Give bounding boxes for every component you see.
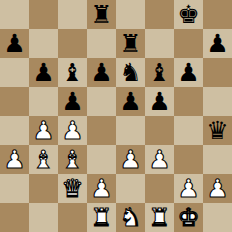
square-d8[interactable]: ♜ <box>87 0 116 29</box>
square-g4[interactable] <box>174 116 203 145</box>
square-c1[interactable] <box>58 203 87 232</box>
piece-black-pawn[interactable]: ♟ <box>3 29 25 58</box>
square-g8[interactable]: ♚ <box>174 0 203 29</box>
piece-white-knight[interactable]: ♞ <box>119 203 141 232</box>
piece-black-pawn[interactable]: ♟ <box>119 87 141 116</box>
square-e6[interactable]: ♞ <box>116 58 145 87</box>
square-a1[interactable] <box>0 203 29 232</box>
square-d7[interactable] <box>87 29 116 58</box>
piece-black-pawn[interactable]: ♟ <box>90 58 112 87</box>
square-d2[interactable]: ♟ <box>87 174 116 203</box>
piece-black-queen[interactable]: ♛ <box>206 116 228 145</box>
square-g5[interactable] <box>174 87 203 116</box>
square-b6[interactable]: ♟ <box>29 58 58 87</box>
square-a6[interactable] <box>0 58 29 87</box>
piece-black-pawn[interactable]: ♟ <box>206 29 228 58</box>
square-c4[interactable]: ♟ <box>58 116 87 145</box>
square-e3[interactable]: ♟ <box>116 145 145 174</box>
square-b1[interactable] <box>29 203 58 232</box>
square-e5[interactable]: ♟ <box>116 87 145 116</box>
square-a2[interactable] <box>0 174 29 203</box>
square-b2[interactable] <box>29 174 58 203</box>
piece-white-pawn[interactable]: ♟ <box>90 174 112 203</box>
square-e2[interactable] <box>116 174 145 203</box>
square-h5[interactable] <box>203 87 232 116</box>
piece-black-bishop[interactable]: ♝ <box>148 58 170 87</box>
square-f4[interactable] <box>145 116 174 145</box>
piece-white-bishop[interactable]: ♝ <box>32 145 54 174</box>
square-e1[interactable]: ♞ <box>116 203 145 232</box>
square-b5[interactable] <box>29 87 58 116</box>
square-h3[interactable] <box>203 145 232 174</box>
square-h6[interactable] <box>203 58 232 87</box>
square-e4[interactable] <box>116 116 145 145</box>
piece-white-pawn[interactable]: ♟ <box>32 116 54 145</box>
piece-white-pawn[interactable]: ♟ <box>119 145 141 174</box>
square-e8[interactable] <box>116 0 145 29</box>
square-a3[interactable]: ♟ <box>0 145 29 174</box>
square-c5[interactable]: ♟ <box>58 87 87 116</box>
square-d1[interactable]: ♜ <box>87 203 116 232</box>
square-f2[interactable] <box>145 174 174 203</box>
piece-black-king[interactable]: ♚ <box>177 0 199 29</box>
square-b3[interactable]: ♝ <box>29 145 58 174</box>
square-c2[interactable]: ♛ <box>58 174 87 203</box>
square-h8[interactable] <box>203 0 232 29</box>
square-b4[interactable]: ♟ <box>29 116 58 145</box>
square-h1[interactable] <box>203 203 232 232</box>
square-a5[interactable] <box>0 87 29 116</box>
square-f1[interactable]: ♜ <box>145 203 174 232</box>
square-c3[interactable]: ♝ <box>58 145 87 174</box>
square-g7[interactable] <box>174 29 203 58</box>
piece-white-pawn[interactable]: ♟ <box>148 145 170 174</box>
piece-black-bishop[interactable]: ♝ <box>61 58 83 87</box>
chess-board: ♜♚♟♜♟♟♝♟♞♝♟♟♟♟♟♟♛♟♝♝♟♟♛♟♟♟♜♞♜♚ <box>0 0 232 232</box>
piece-black-pawn[interactable]: ♟ <box>61 87 83 116</box>
square-f5[interactable]: ♟ <box>145 87 174 116</box>
piece-white-pawn[interactable]: ♟ <box>206 174 228 203</box>
piece-black-knight[interactable]: ♞ <box>119 58 141 87</box>
square-e7[interactable]: ♜ <box>116 29 145 58</box>
square-d4[interactable] <box>87 116 116 145</box>
square-b7[interactable] <box>29 29 58 58</box>
piece-black-pawn[interactable]: ♟ <box>32 58 54 87</box>
piece-white-king[interactable]: ♚ <box>177 203 199 232</box>
piece-white-pawn[interactable]: ♟ <box>61 116 83 145</box>
square-g2[interactable]: ♟ <box>174 174 203 203</box>
square-f7[interactable] <box>145 29 174 58</box>
square-g1[interactable]: ♚ <box>174 203 203 232</box>
square-f8[interactable] <box>145 0 174 29</box>
piece-white-bishop[interactable]: ♝ <box>61 145 83 174</box>
piece-black-pawn[interactable]: ♟ <box>177 58 199 87</box>
square-c8[interactable] <box>58 0 87 29</box>
square-g6[interactable]: ♟ <box>174 58 203 87</box>
piece-white-rook[interactable]: ♜ <box>148 203 170 232</box>
square-b8[interactable] <box>29 0 58 29</box>
square-a7[interactable]: ♟ <box>0 29 29 58</box>
square-g3[interactable] <box>174 145 203 174</box>
square-f6[interactable]: ♝ <box>145 58 174 87</box>
square-h2[interactable]: ♟ <box>203 174 232 203</box>
square-d6[interactable]: ♟ <box>87 58 116 87</box>
square-h4[interactable]: ♛ <box>203 116 232 145</box>
piece-white-rook[interactable]: ♜ <box>90 203 112 232</box>
square-d3[interactable] <box>87 145 116 174</box>
piece-black-rook[interactable]: ♜ <box>119 29 141 58</box>
piece-black-rook[interactable]: ♜ <box>90 0 112 29</box>
square-f3[interactable]: ♟ <box>145 145 174 174</box>
piece-white-pawn[interactable]: ♟ <box>3 145 25 174</box>
square-d5[interactable] <box>87 87 116 116</box>
piece-white-pawn[interactable]: ♟ <box>177 174 199 203</box>
square-h7[interactable]: ♟ <box>203 29 232 58</box>
piece-black-pawn[interactable]: ♟ <box>148 87 170 116</box>
square-c6[interactable]: ♝ <box>58 58 87 87</box>
square-a8[interactable] <box>0 0 29 29</box>
square-c7[interactable] <box>58 29 87 58</box>
square-a4[interactable] <box>0 116 29 145</box>
piece-white-queen[interactable]: ♛ <box>61 174 83 203</box>
